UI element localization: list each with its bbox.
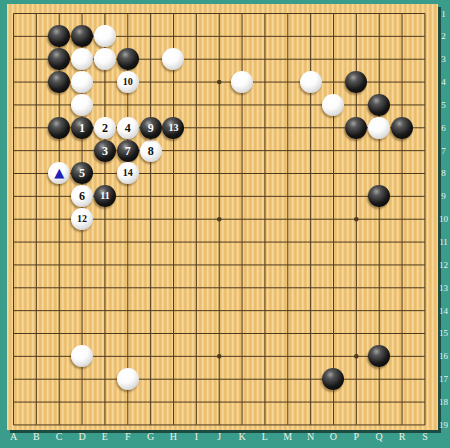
stone-D5 [71,94,93,116]
col-label-G: G [142,429,160,444]
row-label-14: 14 [437,305,450,317]
move-number: 2 [102,122,108,134]
move-number: 1 [79,122,85,134]
move-number: 4 [125,122,131,134]
star-point-P10 [354,217,359,222]
move-number: 9 [148,122,154,134]
row-label-12: 12 [437,259,450,271]
row-label-1: 1 [437,8,450,20]
move-number: 10 [123,77,133,87]
stone-C6 [48,117,70,139]
col-label-C: C [50,429,68,444]
col-label-P: P [347,429,365,444]
move-number: 5 [79,167,85,179]
row-label-6: 6 [437,122,450,134]
move-number: 13 [168,123,178,133]
col-label-R: R [393,429,411,444]
row-label-4: 4 [437,76,450,88]
row-label-10: 10 [437,213,450,225]
row-label-13: 13 [437,282,450,294]
stone-F17 [117,368,139,390]
go-diagram-screen: ▲1234567891011121314 ABCDEFGHIJKLMNOPQRS… [0,0,450,448]
row-label-11: 11 [437,236,450,248]
row-label-8: 8 [437,167,450,179]
stone-F4: 10 [117,71,139,93]
move-number: 11 [100,191,109,201]
stone-D6: 1 [71,117,93,139]
move-number: 12 [77,214,87,224]
stone-N4 [300,71,322,93]
stone-F7: 7 [117,140,139,162]
col-label-H: H [164,429,182,444]
move-number: 7 [125,145,131,157]
row-label-2: 2 [437,30,450,42]
go-board[interactable]: ▲1234567891011121314 [7,4,438,430]
move-number: 8 [148,145,154,157]
col-label-L: L [256,429,274,444]
col-label-D: D [73,429,91,444]
stone-R6 [391,117,413,139]
row-label-9: 9 [437,190,450,202]
stone-F6: 4 [117,117,139,139]
row-label-16: 16 [437,350,450,362]
stone-P6 [345,117,367,139]
col-label-K: K [233,429,251,444]
move-number: 6 [79,190,85,202]
col-label-J: J [210,429,228,444]
row-label-17: 17 [437,373,450,385]
row-label-3: 3 [437,53,450,65]
star-point-P16 [354,354,359,359]
triangle-marker: ▲ [54,166,64,179]
stone-G6: 9 [140,117,162,139]
stone-E7: 3 [94,140,116,162]
col-label-E: E [96,429,114,444]
move-number: 14 [123,168,133,178]
row-label-7: 7 [437,145,450,157]
star-point-J4 [217,80,222,85]
move-number: 3 [102,145,108,157]
col-label-F: F [119,429,137,444]
stone-E6: 2 [94,117,116,139]
star-point-J16 [217,354,222,359]
star-point-J10 [217,217,222,222]
stone-G7: 8 [140,140,162,162]
row-label-19: 19 [437,419,450,431]
row-label-15: 15 [437,327,450,339]
stone-D4 [71,71,93,93]
row-label-5: 5 [437,99,450,111]
row-label-18: 18 [437,396,450,408]
stone-F3 [117,48,139,70]
col-label-Q: Q [370,429,388,444]
col-label-M: M [279,429,297,444]
stone-Q6 [368,117,390,139]
col-label-B: B [27,429,45,444]
stone-E3 [94,48,116,70]
col-label-N: N [302,429,320,444]
col-label-A: A [5,429,23,444]
col-label-I: I [187,429,205,444]
col-label-S: S [416,429,434,444]
stone-Q5 [368,94,390,116]
stone-K4 [231,71,253,93]
col-label-O: O [324,429,342,444]
